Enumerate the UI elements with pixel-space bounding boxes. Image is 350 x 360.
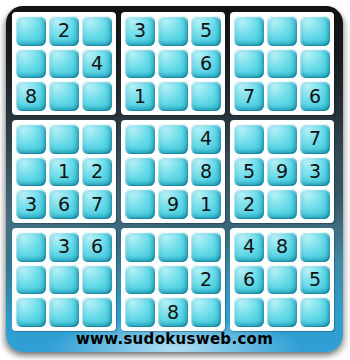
cell-r2c1[interactable]	[16, 49, 46, 79]
cell-r8c5[interactable]	[158, 265, 188, 295]
sudoku-box-3-2: 28	[121, 228, 225, 331]
board-frame: 2483561761236748917593236284865 www.sudo…	[6, 6, 343, 352]
sudoku-box-1-1: 248	[12, 12, 116, 115]
cell-r2c6[interactable]: 6	[191, 49, 221, 79]
cell-r2c4[interactable]	[125, 49, 155, 79]
sudoku-box-2-3: 75932	[230, 120, 334, 223]
cell-r5c8[interactable]: 9	[267, 157, 297, 187]
cell-r2c7[interactable]	[234, 49, 264, 79]
cell-r5c2[interactable]: 1	[49, 157, 79, 187]
cell-r4c8[interactable]	[267, 124, 297, 154]
sudoku-board: 2483561761236748917593236284865	[12, 12, 334, 331]
cell-r3c8[interactable]	[267, 81, 297, 111]
cell-r4c3[interactable]	[82, 124, 112, 154]
cell-r6c9[interactable]	[300, 189, 330, 219]
cell-r3c3[interactable]	[82, 81, 112, 111]
cell-r6c5[interactable]: 9	[158, 189, 188, 219]
cell-r4c6[interactable]: 4	[191, 124, 221, 154]
cell-r5c7[interactable]: 5	[234, 157, 264, 187]
cell-r7c3[interactable]: 6	[82, 232, 112, 262]
cell-r4c5[interactable]	[158, 124, 188, 154]
cell-r3c9[interactable]: 6	[300, 81, 330, 111]
cell-r3c4[interactable]: 1	[125, 81, 155, 111]
cell-r6c4[interactable]	[125, 189, 155, 219]
cell-r5c6[interactable]: 8	[191, 157, 221, 187]
cell-r7c4[interactable]	[125, 232, 155, 262]
cell-r8c8[interactable]	[267, 265, 297, 295]
cell-r6c8[interactable]	[267, 189, 297, 219]
cell-r1c5[interactable]	[158, 16, 188, 46]
cell-r7c5[interactable]	[158, 232, 188, 262]
cell-r9c3[interactable]	[82, 297, 112, 327]
sudoku-box-3-1: 36	[12, 228, 116, 331]
cell-r9c4[interactable]	[125, 297, 155, 327]
cell-r8c6[interactable]: 2	[191, 265, 221, 295]
cell-r7c8[interactable]: 8	[267, 232, 297, 262]
cell-r1c1[interactable]	[16, 16, 46, 46]
cell-r3c6[interactable]	[191, 81, 221, 111]
cell-r2c9[interactable]	[300, 49, 330, 79]
cell-r8c9[interactable]: 5	[300, 265, 330, 295]
cell-r7c7[interactable]: 4	[234, 232, 264, 262]
sudoku-box-1-3: 76	[230, 12, 334, 115]
cell-r4c7[interactable]	[234, 124, 264, 154]
cell-r3c7[interactable]: 7	[234, 81, 264, 111]
cell-r9c5[interactable]: 8	[158, 297, 188, 327]
cell-r2c8[interactable]	[267, 49, 297, 79]
cell-r6c7[interactable]: 2	[234, 189, 264, 219]
cell-r3c5[interactable]	[158, 81, 188, 111]
sudoku-widget: 2483561761236748917593236284865 www.sudo…	[0, 0, 350, 360]
cell-r7c2[interactable]: 3	[49, 232, 79, 262]
cell-r2c2[interactable]	[49, 49, 79, 79]
cell-r1c3[interactable]	[82, 16, 112, 46]
cell-r1c2[interactable]: 2	[49, 16, 79, 46]
cell-r9c6[interactable]	[191, 297, 221, 327]
cell-r5c4[interactable]	[125, 157, 155, 187]
cell-r1c6[interactable]: 5	[191, 16, 221, 46]
cell-r9c2[interactable]	[49, 297, 79, 327]
cell-r7c1[interactable]	[16, 232, 46, 262]
cell-r9c8[interactable]	[267, 297, 297, 327]
cell-r1c4[interactable]: 3	[125, 16, 155, 46]
cell-r1c9[interactable]	[300, 16, 330, 46]
cell-r3c1[interactable]: 8	[16, 81, 46, 111]
cell-r7c9[interactable]	[300, 232, 330, 262]
cell-r2c5[interactable]	[158, 49, 188, 79]
cell-r4c1[interactable]	[16, 124, 46, 154]
cell-r3c2[interactable]	[49, 81, 79, 111]
cell-r9c7[interactable]	[234, 297, 264, 327]
cell-r4c9[interactable]: 7	[300, 124, 330, 154]
cell-r5c1[interactable]	[16, 157, 46, 187]
cell-r1c8[interactable]	[267, 16, 297, 46]
cell-r8c7[interactable]: 6	[234, 265, 264, 295]
cell-r2c3[interactable]: 4	[82, 49, 112, 79]
cell-r7c6[interactable]	[191, 232, 221, 262]
cell-r9c1[interactable]	[16, 297, 46, 327]
cell-r6c2[interactable]: 6	[49, 189, 79, 219]
sudoku-box-1-2: 3561	[121, 12, 225, 115]
cell-r8c4[interactable]	[125, 265, 155, 295]
cell-r6c3[interactable]: 7	[82, 189, 112, 219]
cell-r5c5[interactable]	[158, 157, 188, 187]
sudoku-box-2-2: 4891	[121, 120, 225, 223]
cell-r4c2[interactable]	[49, 124, 79, 154]
cell-r8c1[interactable]	[16, 265, 46, 295]
sudoku-box-2-1: 12367	[12, 120, 116, 223]
cell-r8c3[interactable]	[82, 265, 112, 295]
footer-link[interactable]: www.sudokusweb.com	[6, 330, 343, 348]
cell-r8c2[interactable]	[49, 265, 79, 295]
cell-r9c9[interactable]	[300, 297, 330, 327]
cell-r4c4[interactable]	[125, 124, 155, 154]
cell-r6c1[interactable]: 3	[16, 189, 46, 219]
cell-r1c7[interactable]	[234, 16, 264, 46]
cell-r5c3[interactable]: 2	[82, 157, 112, 187]
cell-r5c9[interactable]: 3	[300, 157, 330, 187]
cell-r6c6[interactable]: 1	[191, 189, 221, 219]
sudoku-box-3-3: 4865	[230, 228, 334, 331]
